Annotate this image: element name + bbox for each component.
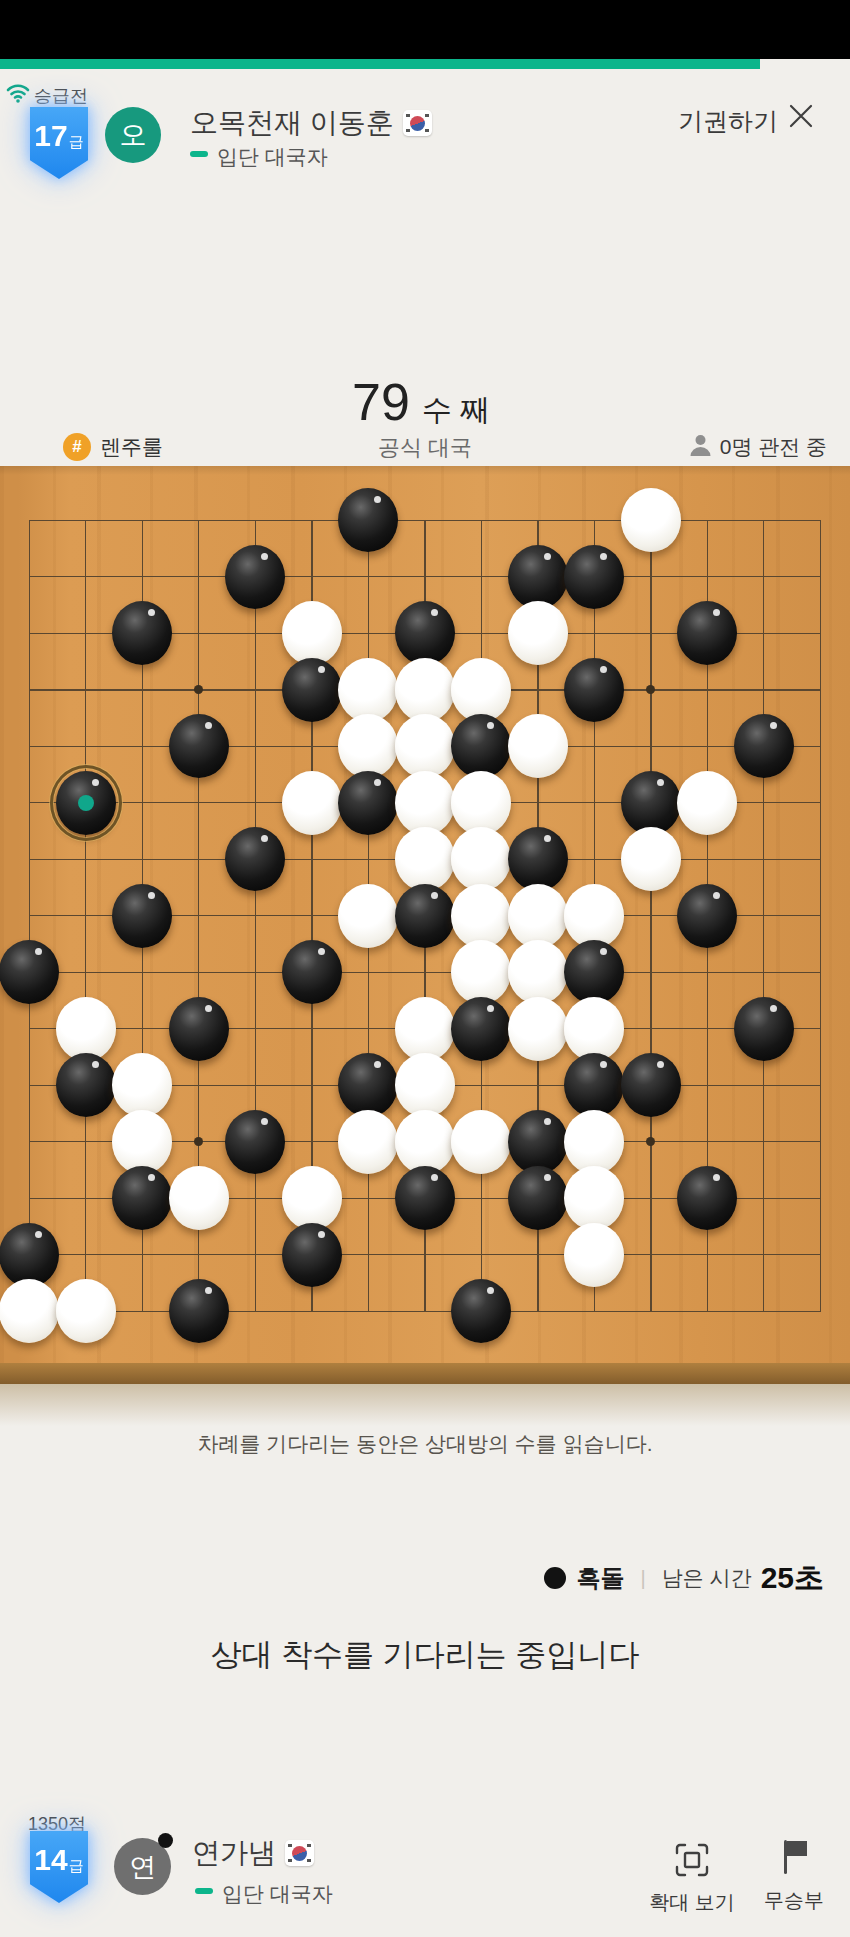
opponent-title: 입단 대국자 <box>217 143 328 171</box>
black-stone <box>564 940 624 1004</box>
white-stone <box>282 1166 342 1230</box>
white-stone <box>451 827 511 891</box>
status-message: 상대 착수를 기다리는 중입니다 <box>0 1634 850 1676</box>
board-side-edge <box>0 1363 850 1384</box>
black-stone <box>395 884 455 948</box>
expand-icon <box>674 1842 710 1881</box>
star-point <box>194 685 203 694</box>
rank-dash-icon <box>190 151 208 157</box>
player-rank-badge: 14 급 <box>30 1831 88 1903</box>
black-stone <box>508 1166 568 1230</box>
black-stone <box>395 1166 455 1230</box>
white-stone <box>112 1053 172 1117</box>
white-stone <box>564 1223 624 1287</box>
white-stone <box>564 997 624 1061</box>
white-stone <box>395 658 455 722</box>
black-stone <box>677 1166 737 1230</box>
status-bar <box>0 0 850 59</box>
black-stone <box>734 714 794 778</box>
opponent-name: 오목천재 이동훈 <box>190 104 394 142</box>
black-stone <box>564 658 624 722</box>
black-stone <box>508 545 568 609</box>
black-stone <box>451 714 511 778</box>
wifi-icon <box>6 83 30 107</box>
white-stone <box>56 1279 116 1343</box>
white-stone <box>451 940 511 1004</box>
black-stone <box>508 827 568 891</box>
white-stone <box>508 997 568 1061</box>
player-avatar-initial: 연 <box>129 1849 156 1885</box>
zoom-view-button[interactable]: 확대 보기 <box>652 1842 732 1916</box>
opponent-avatar: 오 <box>105 107 161 163</box>
black-stone <box>282 658 342 722</box>
match-type-label: 승급전 <box>34 84 88 108</box>
white-stone <box>451 658 511 722</box>
black-stone <box>338 488 398 552</box>
black-stone <box>395 601 455 665</box>
black-stone <box>112 601 172 665</box>
black-stone <box>225 827 285 891</box>
last-move-marker <box>78 795 94 811</box>
player-name-row: 연가냄 <box>192 1834 314 1872</box>
player-stone-color-dot <box>158 1833 173 1848</box>
player-rank-number: 14 <box>34 1845 67 1875</box>
white-stone <box>677 771 737 835</box>
divider: | <box>641 1567 646 1590</box>
black-stone <box>282 940 342 1004</box>
white-stone <box>338 884 398 948</box>
white-stone <box>395 714 455 778</box>
spectator-icon <box>688 432 713 462</box>
turn-stone-label: 흑돌 <box>577 1562 625 1594</box>
white-stone <box>451 884 511 948</box>
black-stone <box>225 545 285 609</box>
korea-flag-icon <box>285 1840 314 1866</box>
rule-label: 렌주룰 <box>100 433 163 461</box>
white-stone <box>282 771 342 835</box>
player-title: 입단 대국자 <box>222 1880 333 1908</box>
black-stone <box>169 1279 229 1343</box>
white-stone <box>508 884 568 948</box>
black-stone <box>621 1053 681 1117</box>
white-stone <box>282 601 342 665</box>
player-name: 연가냄 <box>192 1834 276 1872</box>
white-stone <box>564 884 624 948</box>
white-stone <box>564 1166 624 1230</box>
rule-badge: # 렌주룰 <box>63 433 163 461</box>
tip-text: 차례를 기다리는 동안은 상대방의 수를 읽습니다. <box>0 1430 850 1458</box>
white-stone <box>338 1110 398 1174</box>
app-screen: 승급전 17 급 오 오목천재 이동훈 입단 대국자 기권하기 79 수째 공식… <box>0 0 850 1937</box>
white-stone <box>508 714 568 778</box>
white-stone <box>338 658 398 722</box>
opponent-name-row: 오목천재 이동훈 <box>190 104 432 142</box>
black-stone <box>621 771 681 835</box>
rank-dash-icon <box>195 1888 213 1894</box>
white-stone <box>621 488 681 552</box>
opponent-rank-badge: 17 급 <box>30 107 88 179</box>
move-number: 79 <box>352 372 410 432</box>
resign-button[interactable]: 기권하기 <box>678 105 778 138</box>
white-stone <box>451 771 511 835</box>
board-shadow <box>0 1384 850 1426</box>
black-stone <box>0 1223 59 1287</box>
black-stone <box>0 940 59 1004</box>
time-value: 25초 <box>761 1558 824 1599</box>
black-stone <box>451 1279 511 1343</box>
player-rank-suffix: 급 <box>69 1857 84 1876</box>
progress-track <box>0 59 850 69</box>
white-stone <box>0 1279 59 1343</box>
draw-button[interactable]: 무승부 <box>756 1838 832 1914</box>
move-counter: 79 수째 <box>0 372 850 432</box>
black-stone <box>451 997 511 1061</box>
black-stone <box>564 1053 624 1117</box>
black-stone <box>677 601 737 665</box>
white-stone <box>395 1053 455 1117</box>
opponent-rank-number: 17 <box>34 121 67 151</box>
close-icon[interactable] <box>786 101 816 134</box>
board-grid[interactable] <box>29 520 821 1312</box>
star-point <box>646 685 655 694</box>
black-stone <box>112 1166 172 1230</box>
spectator-count: 0명 관전 중 <box>720 433 827 461</box>
white-stone <box>169 1166 229 1230</box>
black-stone <box>56 1053 116 1117</box>
opponent-avatar-initial: 오 <box>120 117 147 153</box>
white-stone <box>56 997 116 1061</box>
black-stone <box>508 1110 568 1174</box>
white-stone <box>395 827 455 891</box>
black-stone <box>225 1110 285 1174</box>
black-stone <box>734 997 794 1061</box>
black-stone <box>282 1223 342 1287</box>
white-stone <box>508 601 568 665</box>
white-stone <box>395 997 455 1061</box>
black-stone <box>338 771 398 835</box>
move-suffix: 수째 <box>422 390 498 431</box>
black-stone <box>169 997 229 1061</box>
spectator-row: 0명 관전 중 <box>688 433 827 461</box>
turn-timer: 흑돌 | 남은 시간 25초 <box>544 1560 824 1596</box>
opponent-rank-suffix: 급 <box>69 133 84 152</box>
black-stone <box>564 545 624 609</box>
progress-bar-fill <box>0 59 760 69</box>
star-point <box>194 1137 203 1146</box>
zoom-view-label: 확대 보기 <box>649 1889 735 1916</box>
draw-flag-icon <box>777 1838 811 1879</box>
hash-icon: # <box>63 433 91 461</box>
black-stone-icon <box>544 1567 566 1589</box>
black-stone <box>169 714 229 778</box>
time-label: 남은 시간 <box>662 1564 752 1592</box>
white-stone <box>338 714 398 778</box>
white-stone <box>395 1110 455 1174</box>
white-stone <box>621 827 681 891</box>
black-stone <box>112 884 172 948</box>
white-stone <box>564 1110 624 1174</box>
white-stone <box>508 940 568 1004</box>
white-stone <box>112 1110 172 1174</box>
white-stone <box>451 1110 511 1174</box>
black-stone <box>677 884 737 948</box>
white-stone <box>395 771 455 835</box>
draw-label: 무승부 <box>764 1887 824 1914</box>
korea-flag-icon <box>403 110 432 136</box>
black-stone <box>338 1053 398 1117</box>
star-point <box>646 1137 655 1146</box>
game-board <box>0 466 850 1363</box>
